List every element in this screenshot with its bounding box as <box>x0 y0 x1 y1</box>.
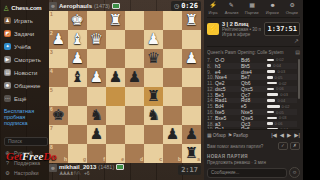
move-time: 0:06 <box>276 86 284 91</box>
black-knight[interactable]: ♞ <box>144 106 163 125</box>
top-player-rating: (1473) <box>94 3 110 9</box>
square-d5[interactable] <box>125 87 144 106</box>
tab-icon: ▦ <box>249 2 255 9</box>
black-pawn[interactable]: ♟ <box>163 125 182 144</box>
move-time: 0:02 <box>279 81 287 86</box>
square-e6[interactable] <box>106 106 125 125</box>
sidebar-item-icon: ⋯ <box>4 95 11 102</box>
square-e1[interactable]: ♜ <box>106 11 125 30</box>
black-bishop[interactable]: ♝ <box>68 68 87 87</box>
square-d1[interactable] <box>125 11 144 30</box>
game-panel: ⚡Игра✎Анализ▦Партии☻Игроки⚙Опции ⚡ 3 | 2… <box>204 0 303 180</box>
move-time: 0:05 <box>275 75 283 80</box>
sidebar-item-label: Учёба <box>14 44 31 50</box>
playback-controls: ▦ Обзор ⚑ Разбор |◀ ◀ ▶ ▶| <box>207 129 300 140</box>
move-time: 0:03 <box>279 115 287 120</box>
square-f7[interactable]: ♟ <box>87 125 106 144</box>
move-time: 0:06 <box>275 121 283 126</box>
square-g5[interactable] <box>68 87 87 106</box>
move-time: 0:04 <box>273 63 281 68</box>
analysis-button[interactable]: ⚑ Разбор <box>228 132 248 138</box>
black-pawn[interactable]: ♟ <box>182 125 201 144</box>
square-g7[interactable] <box>68 125 87 144</box>
square-d8[interactable]: d <box>125 144 144 163</box>
square-d3[interactable] <box>125 49 144 68</box>
clock-icon: ◷ <box>174 3 179 9</box>
sidebar-item-icon: ▶ <box>4 56 11 63</box>
sidebar-item-label: Задачи <box>14 31 34 37</box>
opening-row: Queen's Pawn Opening: Colle System ▤ <box>207 47 300 57</box>
move-row: 19.Re1Rc50:04 <box>207 127 297 129</box>
feedback-text: Вам помог анализ партии? <box>207 144 276 149</box>
rank-label: 3 <box>50 50 53 55</box>
captured-pieces: ♙♙♙♗♘♘ <box>59 171 80 176</box>
panel-tab-1[interactable]: ⚡Игра <box>208 2 218 15</box>
move-time: 0:04 <box>280 127 288 129</box>
first-move-button[interactable]: |◀ <box>271 132 277 138</box>
white-move[interactable]: Re1 <box>215 126 241 129</box>
square-c7[interactable] <box>144 125 163 144</box>
sidebar-item-icon: ▤ <box>4 69 11 76</box>
sidebar-item-5[interactable]: ▤Новости <box>0 66 49 79</box>
pawn-logo-icon: ♙ <box>3 5 9 12</box>
tab-icon: ✎ <box>229 2 234 9</box>
square-d7[interactable] <box>125 125 144 144</box>
tab-icon: ⚙ <box>290 2 295 9</box>
session-timer: 1:37:51 <box>264 22 300 36</box>
emoji-icon[interactable]: ☺ <box>289 167 300 178</box>
square-f1[interactable] <box>87 11 106 30</box>
chat-row: Сообщение... ☺ <box>207 167 300 178</box>
square-f8[interactable]: f <box>87 144 106 163</box>
top-player-bar: ☻ Aerophauls (1473) ◷ 0:26 <box>49 0 202 11</box>
move-time-bar <box>267 70 275 73</box>
square-g3[interactable]: ♟ <box>68 49 87 68</box>
review-button[interactable]: ▦ Обзор <box>207 132 226 138</box>
thumbs-up-icon[interactable]: ✓ <box>278 142 288 150</box>
black-knight[interactable]: ♞ <box>87 106 106 125</box>
sidebar-item-label: Играть <box>14 18 33 24</box>
letterbox-strip <box>303 0 320 180</box>
white-rook[interactable]: ♜ <box>182 11 201 30</box>
square-c6[interactable]: ♞ <box>144 106 163 125</box>
file-label: a <box>197 157 200 162</box>
black-queen[interactable]: ♛ <box>144 49 163 68</box>
move-time: 0:04 <box>277 98 285 103</box>
square-h6[interactable]: ♚6 <box>49 106 68 125</box>
move-time-bar <box>267 82 277 85</box>
square-b2[interactable] <box>163 30 182 49</box>
top-clock-time: 0:26 <box>181 2 198 10</box>
sidebar-item-6[interactable]: ☻Общение <box>0 79 49 92</box>
share-icon[interactable]: ↗ <box>294 38 299 44</box>
rank-label: 5 <box>50 88 53 93</box>
file-label: f <box>103 157 105 162</box>
square-e3[interactable] <box>106 49 125 68</box>
game-info-card: ⚡ 3 | 2 Блиц Рейтинговая • 30 партий Игр… <box>207 21 300 37</box>
square-e5[interactable] <box>106 87 125 106</box>
square-g4[interactable]: ♝ <box>68 68 87 87</box>
square-f6[interactable]: ♞ <box>87 106 106 125</box>
sidebar-item-4[interactable]: ▶Смотреть <box>0 53 49 66</box>
black-pawn[interactable]: ♟ <box>87 125 106 144</box>
white-rook[interactable]: ♜ <box>106 11 125 30</box>
sidebar-nav: ♟Играть◩Задачи✦Учёба▶Смотреть▤Новости☻Об… <box>0 14 49 105</box>
square-b4[interactable] <box>163 68 182 87</box>
file-label: d <box>140 157 143 162</box>
move-time-bar <box>267 76 273 79</box>
square-a1[interactable]: ♜ <box>182 11 201 30</box>
square-h1[interactable]: 1 <box>49 11 68 30</box>
square-e4[interactable]: ♟ <box>106 68 125 87</box>
file-label: g <box>83 157 86 162</box>
panel-tab-4[interactable]: ☻Игроки <box>265 2 279 15</box>
move-time: 0:02 <box>282 104 290 109</box>
opening-name[interactable]: Queen's Pawn Opening: Colle System <box>207 50 293 55</box>
move-time: 0:02 <box>276 57 284 62</box>
square-h4[interactable]: 4 <box>49 68 68 87</box>
chesscom-logo[interactable]: ♙ Chess.com <box>0 2 49 14</box>
square-b3[interactable] <box>163 49 182 68</box>
square-h2[interactable]: ♟2 <box>49 30 68 49</box>
square-c2[interactable]: ♟ <box>144 30 163 49</box>
rematch-offer[interactable]: Предложить реванш · 3 мин <box>207 160 300 167</box>
prev-move-button[interactable]: ◀ <box>280 132 284 138</box>
white-pawn[interactable]: ♟ <box>144 30 163 49</box>
move-time-bar <box>267 117 277 120</box>
square-b7[interactable]: ♟ <box>163 125 182 144</box>
white-pawn[interactable]: ♟ <box>182 49 201 68</box>
square-a5[interactable] <box>182 87 201 106</box>
square-c8[interactable]: c <box>144 144 163 163</box>
move-time-bar <box>267 93 278 96</box>
panel-tab-2[interactable]: ✎Анализ <box>224 2 239 15</box>
square-g8[interactable]: g <box>68 144 87 163</box>
move-time: 0:03 <box>277 69 285 74</box>
white-queen[interactable]: ♛ <box>87 30 106 49</box>
thumbs-down-icon[interactable]: ✗ <box>290 142 300 150</box>
chess-com-app: ♙ Chess.com ♟Играть◩Задачи✦Учёба▶Смотрет… <box>0 0 320 180</box>
square-a4[interactable] <box>182 68 201 87</box>
file-label: h <box>64 157 67 162</box>
bottom-player-bar: ☻ mikhail_2013 (1481) ♙♙♙♗♘♘ +6 2:17 <box>49 163 202 176</box>
square-g6[interactable] <box>68 106 87 125</box>
free-trial-link[interactable]: Бесплатная пробная подписка <box>0 105 46 129</box>
tab-icon: ⚡ <box>209 2 217 9</box>
opening-book-icon[interactable]: ▤ <box>295 49 300 55</box>
square-f2[interactable]: ♛ <box>87 30 106 49</box>
square-f5[interactable] <box>87 87 106 106</box>
sidebar-item-icon: ◩ <box>4 30 11 37</box>
black-pawn[interactable]: ♟ <box>106 68 125 87</box>
top-player-avatar[interactable]: ☻ <box>49 2 57 10</box>
sidebar-item-label: Общение <box>14 83 40 89</box>
white-king[interactable]: ♚ <box>68 11 87 30</box>
sidebar-item-label: Смотреть <box>14 57 41 63</box>
move-time-bar <box>267 111 274 114</box>
black-pawn[interactable]: ♟ <box>125 68 144 87</box>
feedback-row: Вам помог анализ партии? ✓ ✗ <box>207 140 300 152</box>
square-b8[interactable]: b <box>163 144 182 163</box>
top-player-flag-icon <box>112 3 120 9</box>
square-a8[interactable]: ♜a <box>182 144 201 163</box>
square-e8[interactable]: e <box>106 144 125 163</box>
move-time-bar <box>267 128 278 129</box>
square-c1[interactable] <box>144 11 163 30</box>
watermark: GetFreeDo <box>6 151 57 162</box>
file-label: c <box>159 157 162 162</box>
square-h7[interactable]: 7 <box>49 125 68 144</box>
sidebar-item-icon: ✦ <box>4 43 11 50</box>
sidebar-item-3[interactable]: ✦Учёба <box>0 40 49 53</box>
panel-tab-5[interactable]: ⚙Опции <box>285 2 299 15</box>
tab-label: Опции <box>286 10 298 15</box>
tab-label: Партии <box>245 10 259 15</box>
next-move-button[interactable]: ▶ <box>287 132 291 138</box>
square-c4[interactable] <box>144 68 163 87</box>
tab-label: Игра <box>208 10 217 15</box>
sidebar-item-icon: ☻ <box>4 82 11 89</box>
square-h3[interactable]: 3 <box>49 49 68 68</box>
sidebar-item-label: Ещё <box>14 96 26 102</box>
chess-board[interactable]: 1♚♜♜♟2♝♛♟3♟♛♟4♝♟♟♟5♜♚6♞♞7♟♟♟8hgfedcb♜a <box>49 11 201 163</box>
review-icon: ▦ <box>207 132 212 138</box>
rank-label: 6 <box>50 107 53 112</box>
file-label: e <box>121 157 124 162</box>
move-list: 7.O-OBd60:028.h3Bh50:049.e4dxe40:0310.Nx… <box>207 57 300 129</box>
top-player-clock: ◷ 0:26 <box>171 1 201 11</box>
square-f4[interactable]: ♟ <box>87 68 106 87</box>
square-d2[interactable] <box>125 30 144 49</box>
move-time-bar <box>267 59 274 62</box>
analysis-icon: ⚑ <box>228 132 232 138</box>
move-list-scrollbar[interactable] <box>298 59 300 99</box>
black-move[interactable]: Rc5 <box>241 126 267 129</box>
move-time-bar <box>267 105 280 108</box>
chat-input[interactable]: Сообщение... <box>207 168 287 178</box>
white-bishop[interactable]: ♝ <box>68 30 87 49</box>
white-pawn[interactable]: ♟ <box>68 49 87 68</box>
black-rook[interactable]: ♜ <box>144 87 163 106</box>
tab-icon: ☻ <box>269 2 275 9</box>
move-time-bar <box>267 88 274 91</box>
sidebar-footer-item-3[interactable]: ⚙Настройки <box>0 168 49 178</box>
white-pawn[interactable]: ♟ <box>87 68 106 87</box>
footer-label: Настройки <box>14 170 39 176</box>
tab-label: Анализ <box>224 10 238 15</box>
square-c5[interactable]: ♜ <box>144 87 163 106</box>
square-f3[interactable] <box>87 49 106 68</box>
sidebar-item-icon: ♟ <box>4 17 11 24</box>
panel-tab-3[interactable]: ▦Партии <box>244 2 259 15</box>
bottom-player-clock: 2:17 <box>178 165 201 175</box>
square-b1[interactable] <box>163 11 182 30</box>
new-game-label: НОВАЯ ПАРТИЯ <box>207 152 300 160</box>
square-a3[interactable]: ♟ <box>182 49 201 68</box>
rank-label: 4 <box>50 69 53 74</box>
move-time: 0:05 <box>276 110 284 115</box>
square-a2[interactable] <box>182 30 201 49</box>
move-time-bar <box>267 99 275 102</box>
square-b6[interactable] <box>163 106 182 125</box>
move-time-bar <box>267 64 271 67</box>
square-e7[interactable] <box>106 125 125 144</box>
square-a6[interactable] <box>182 106 201 125</box>
rank-label: 2 <box>50 31 53 36</box>
square-g2[interactable]: ♝ <box>68 30 87 49</box>
bottom-player-avatar[interactable]: ☻ <box>49 164 57 172</box>
move-time: 0:03 <box>280 92 288 97</box>
square-d4[interactable]: ♟ <box>125 68 144 87</box>
logo-text: Chess.com <box>11 5 41 11</box>
rank-label: 7 <box>50 126 53 131</box>
square-b5[interactable] <box>163 87 182 106</box>
bottom-clock-time: 2:17 <box>181 166 198 174</box>
top-player-name[interactable]: Aerophauls <box>59 3 92 9</box>
square-d6[interactable] <box>125 106 144 125</box>
move-time-bar <box>267 122 273 125</box>
last-move-button[interactable]: ▶| <box>294 132 300 138</box>
square-a7[interactable]: ♟ <box>182 125 201 144</box>
sidebar-item-label: Новости <box>14 70 37 76</box>
search-input[interactable] <box>4 137 48 146</box>
move-number: 19. <box>207 126 215 129</box>
blitz-icon: ⚡ <box>207 23 219 35</box>
file-label: b <box>178 157 181 162</box>
square-g1[interactable]: ♚ <box>68 11 87 30</box>
material-score: +6 <box>84 170 90 176</box>
footer-icon: ⚙ <box>4 170 11 177</box>
square-h5[interactable]: 5 <box>49 87 68 106</box>
rank-label: 1 <box>50 12 53 17</box>
panel-tabs: ⚡Игра✎Анализ▦Партии☻Игроки⚙Опции <box>207 2 300 18</box>
square-c3[interactable]: ♛ <box>144 49 163 68</box>
sidebar-item-2[interactable]: ◩Задачи <box>0 27 49 40</box>
sidebar-item-1[interactable]: ♟Играть <box>0 14 49 27</box>
game-area: ☻ Aerophauls (1473) ◷ 0:26 1♚♜♜♟2♝♛♟3♟♛♟… <box>49 0 202 180</box>
sidebar-item-7[interactable]: ⋯Ещё <box>0 92 49 105</box>
tab-label: Игроки <box>266 10 279 15</box>
square-e2[interactable] <box>106 30 125 49</box>
